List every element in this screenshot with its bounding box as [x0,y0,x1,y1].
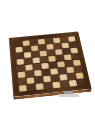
board-square-r5c4 [40,62,49,69]
board-square-r6c6 [57,67,66,74]
board-square-r6c4 [41,68,50,75]
board-square-r5c5 [48,61,57,68]
board-square-r5c2 [24,64,33,71]
board-square-r6c3 [33,69,42,76]
light-square-inlay [75,72,83,78]
light-square-inlay [35,83,43,90]
light-square-inlay [32,57,40,63]
board-square-r8c5 [51,81,60,89]
light-square-inlay [33,70,41,76]
board-square-r7c8 [74,72,84,79]
board-square-r6c5 [49,68,58,75]
light-square-inlay [16,59,24,65]
light-square-inlay [25,64,33,70]
board-square-r8c1 [18,84,27,92]
board-square-r7c6 [58,73,67,80]
board-square-r7c2 [25,76,34,84]
board-square-r7c5 [50,74,59,82]
light-square-inlay [72,59,80,65]
board-square-r6c1 [17,71,26,78]
board-square-r7c7 [66,72,75,79]
board-square-r6c7 [65,66,74,73]
board-square-r8c3 [34,82,43,90]
product-photo-scene [0,0,95,126]
board-square-r7c1 [17,77,26,85]
light-square-inlay [42,75,50,82]
board-square-r5c8 [72,59,81,66]
light-square-inlay [52,81,60,88]
board-grid [14,35,85,91]
light-square-inlay [41,62,49,68]
board-square-r5c3 [32,63,41,70]
light-square-inlay [18,85,26,92]
watermark-text-smudge [58,94,79,97]
board-square-r6c2 [25,70,34,77]
board-square-r6c8 [73,65,82,72]
light-square-inlay [59,74,67,81]
board-square-r7c3 [34,76,43,84]
light-square-inlay [66,66,74,72]
chessboard-3d [9,32,92,97]
light-square-inlay [17,71,25,77]
board-square-r8c8 [76,78,86,86]
board-square-r8c4 [43,82,52,90]
board-square-r8c2 [26,83,35,91]
light-square-inlay [50,68,58,74]
board-square-r5c1 [16,64,25,71]
light-square-inlay [68,80,76,87]
board-square-r8c6 [59,80,69,88]
chessboard [9,32,92,97]
board-square-r7c4 [42,75,51,83]
board-square-r8c7 [68,79,78,87]
light-square-inlay [26,77,34,84]
